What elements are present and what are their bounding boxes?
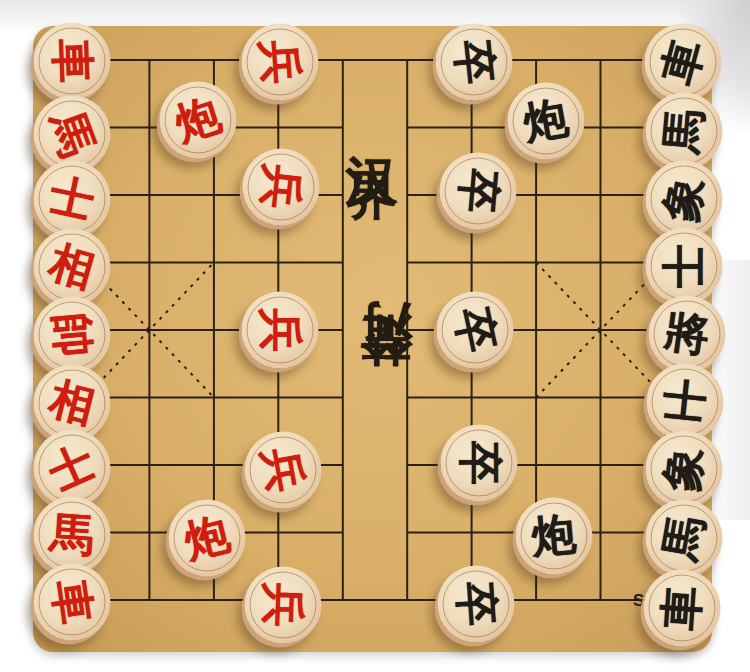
piece-black-elephant[interactable]: 象 [645, 161, 722, 238]
piece-character: 車 [32, 21, 112, 101]
piece-red-soldier[interactable]: 兵 [243, 149, 320, 226]
piece-character: 車 [29, 559, 116, 646]
piece-black-soldier[interactable]: 卒 [436, 292, 513, 369]
piece-character: 兵 [243, 565, 323, 645]
piece-red-soldier[interactable]: 兵 [242, 24, 319, 101]
piece-black-chariot[interactable]: 車 [643, 570, 720, 647]
piece-black-soldier[interactable]: 卒 [437, 566, 514, 643]
piece-red-chariot[interactable]: 車 [34, 23, 111, 100]
piece-character: 兵 [239, 425, 328, 514]
piece-character: 卒 [440, 425, 517, 502]
piece-character: 卒 [429, 284, 520, 375]
piece-black-soldier[interactable]: 卒 [439, 153, 516, 230]
piece-character: 炮 [512, 494, 595, 577]
piece-character: 兵 [242, 292, 319, 369]
piece-character: 卒 [436, 149, 519, 232]
piece-black-cannon[interactable]: 炮 [508, 82, 585, 159]
piece-red-cannon[interactable]: 炮 [168, 499, 245, 576]
piece-red-soldier[interactable]: 兵 [242, 292, 319, 369]
piece-character: 卒 [435, 563, 517, 645]
piece-character: 炮 [501, 76, 590, 165]
river-text-han-jie: 汉界 [345, 114, 407, 146]
piece-red-chariot[interactable]: 車 [34, 564, 111, 641]
piece-red-soldier[interactable]: 兵 [245, 567, 322, 644]
piece-character: 兵 [239, 21, 321, 103]
piece-black-horse[interactable]: 馬 [645, 499, 722, 576]
piece-character: 兵 [239, 145, 324, 230]
piece-black-soldier[interactable]: 卒 [440, 425, 517, 502]
piece-red-cannon[interactable]: 炮 [159, 81, 236, 158]
piece-red-soldier[interactable]: 兵 [245, 432, 322, 509]
piece-black-cannon[interactable]: 炮 [516, 497, 593, 574]
river-text-chu-he: 楚河 [351, 378, 413, 410]
xiangqi-board: 汉界 楚河 SX 車馬士相帥相士馬車炮炮兵兵兵兵兵卒卒卒卒卒炮炮車馬象士將士象馬… [33, 26, 712, 652]
piece-character: 車 [641, 567, 723, 649]
